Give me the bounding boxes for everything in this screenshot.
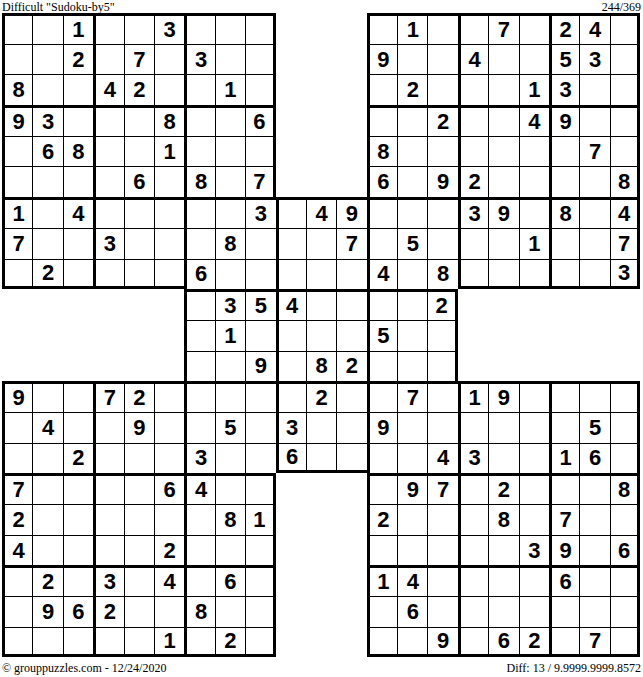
- cell-r15c19[interactable]: 1: [549, 443, 579, 474]
- cell-r13c21[interactable]: [610, 381, 640, 412]
- cell-r13c15[interactable]: [427, 381, 457, 412]
- cell-r14c12[interactable]: [336, 412, 366, 443]
- cell-r3c20[interactable]: [579, 74, 609, 105]
- cell-r14c10[interactable]: 3: [276, 412, 306, 443]
- cell-r2c5[interactable]: 7: [124, 44, 154, 75]
- cell-r16c7[interactable]: 4: [184, 473, 214, 504]
- cell-r21c16[interactable]: [458, 627, 488, 658]
- cell-r1c21[interactable]: [610, 13, 640, 44]
- cell-r6c20[interactable]: [579, 166, 609, 197]
- cell-r11c10[interactable]: [276, 320, 306, 351]
- cell-r18c15[interactable]: [427, 535, 457, 566]
- cell-r2c2[interactable]: [32, 44, 62, 75]
- cell-r13c12[interactable]: [336, 381, 366, 412]
- cell-r21c15[interactable]: 9: [427, 627, 457, 658]
- cell-r13c6[interactable]: [154, 381, 184, 412]
- cell-r18c4[interactable]: [93, 535, 123, 566]
- cell-r19c9[interactable]: [245, 565, 275, 596]
- cell-r4c21[interactable]: [610, 105, 640, 136]
- cell-r21c2[interactable]: [32, 627, 62, 658]
- cell-r19c6[interactable]: 4: [154, 565, 184, 596]
- cell-r12c12[interactable]: 2: [336, 351, 366, 382]
- cell-r20c9[interactable]: [245, 596, 275, 627]
- cell-r7c11[interactable]: 4: [306, 197, 336, 228]
- cell-r14c7[interactable]: [184, 412, 214, 443]
- cell-r3c4[interactable]: 4: [93, 74, 123, 105]
- cell-r21c19[interactable]: [549, 627, 579, 658]
- cell-r16c3[interactable]: [63, 473, 93, 504]
- cell-r17c4[interactable]: [93, 504, 123, 535]
- cell-r20c7[interactable]: 8: [184, 596, 214, 627]
- cell-r7c5[interactable]: [124, 197, 154, 228]
- cell-r15c1[interactable]: [2, 443, 32, 474]
- cell-r1c9[interactable]: [245, 13, 275, 44]
- cell-r14c9[interactable]: [245, 412, 275, 443]
- cell-r19c20[interactable]: [579, 565, 609, 596]
- cell-r3c3[interactable]: [63, 74, 93, 105]
- cell-r15c7[interactable]: 3: [184, 443, 214, 474]
- cell-r4c2[interactable]: 3: [32, 105, 62, 136]
- cell-r17c20[interactable]: [579, 504, 609, 535]
- cell-r15c12[interactable]: [336, 443, 366, 474]
- cell-r13c19[interactable]: [549, 381, 579, 412]
- cell-r17c19[interactable]: 7: [549, 504, 579, 535]
- cell-r18c14[interactable]: [397, 535, 427, 566]
- cell-r11c14[interactable]: [397, 320, 427, 351]
- cell-r8c16[interactable]: [458, 228, 488, 259]
- cell-r13c3[interactable]: [63, 381, 93, 412]
- cell-r4c16[interactable]: [458, 105, 488, 136]
- cell-r15c20[interactable]: 6: [579, 443, 609, 474]
- cell-r19c18[interactable]: [519, 565, 549, 596]
- cell-r8c9[interactable]: [245, 228, 275, 259]
- cell-r9c9[interactable]: [245, 259, 275, 290]
- cell-r14c6[interactable]: [154, 412, 184, 443]
- cell-r4c15[interactable]: 2: [427, 105, 457, 136]
- cell-r4c1[interactable]: 9: [2, 105, 32, 136]
- cell-r10c7[interactable]: [184, 289, 214, 320]
- cell-r15c8[interactable]: [215, 443, 245, 474]
- cell-r19c1[interactable]: [2, 565, 32, 596]
- cell-r9c13[interactable]: 4: [367, 259, 397, 290]
- cell-r9c1[interactable]: [2, 259, 32, 290]
- cell-r8c10[interactable]: [276, 228, 306, 259]
- cell-r7c20[interactable]: [579, 197, 609, 228]
- cell-r14c16[interactable]: [458, 412, 488, 443]
- cell-r8c6[interactable]: [154, 228, 184, 259]
- cell-r20c6[interactable]: [154, 596, 184, 627]
- cell-r17c13[interactable]: 2: [367, 504, 397, 535]
- cell-r16c15[interactable]: 7: [427, 473, 457, 504]
- cell-r5c21[interactable]: [610, 136, 640, 167]
- cell-r14c4[interactable]: [93, 412, 123, 443]
- cell-r4c14[interactable]: [397, 105, 427, 136]
- cell-r2c16[interactable]: 4: [458, 44, 488, 75]
- cell-r18c21[interactable]: 6: [610, 535, 640, 566]
- cell-r10c11[interactable]: [306, 289, 336, 320]
- cell-r14c19[interactable]: [549, 412, 579, 443]
- cell-r1c13[interactable]: [367, 13, 397, 44]
- cell-r13c8[interactable]: [215, 381, 245, 412]
- cell-r12c11[interactable]: 8: [306, 351, 336, 382]
- cell-r5c3[interactable]: 8: [63, 136, 93, 167]
- cell-r1c17[interactable]: 7: [488, 13, 518, 44]
- cell-r4c4[interactable]: [93, 105, 123, 136]
- cell-r5c4[interactable]: [93, 136, 123, 167]
- cell-r3c21[interactable]: [610, 74, 640, 105]
- cell-r14c8[interactable]: 5: [215, 412, 245, 443]
- cell-r5c16[interactable]: [458, 136, 488, 167]
- cell-r12c13[interactable]: [367, 351, 397, 382]
- cell-r15c14[interactable]: [397, 443, 427, 474]
- cell-r20c5[interactable]: [124, 596, 154, 627]
- cell-r13c7[interactable]: [184, 381, 214, 412]
- cell-r1c19[interactable]: 2: [549, 13, 579, 44]
- cell-r17c18[interactable]: [519, 504, 549, 535]
- cell-r19c16[interactable]: [458, 565, 488, 596]
- cell-r9c17[interactable]: [488, 259, 518, 290]
- cell-r21c20[interactable]: 7: [579, 627, 609, 658]
- cell-r4c7[interactable]: [184, 105, 214, 136]
- cell-r6c17[interactable]: [488, 166, 518, 197]
- cell-r19c17[interactable]: [488, 565, 518, 596]
- cell-r7c18[interactable]: [519, 197, 549, 228]
- cell-r5c5[interactable]: [124, 136, 154, 167]
- cell-r13c2[interactable]: [32, 381, 62, 412]
- cell-r17c17[interactable]: 8: [488, 504, 518, 535]
- cell-r15c16[interactable]: 3: [458, 443, 488, 474]
- cell-r9c10[interactable]: [276, 259, 306, 290]
- cell-r8c15[interactable]: [427, 228, 457, 259]
- cell-r5c2[interactable]: 6: [32, 136, 62, 167]
- cell-r18c18[interactable]: 3: [519, 535, 549, 566]
- cell-r20c16[interactable]: [458, 596, 488, 627]
- cell-r14c2[interactable]: 4: [32, 412, 62, 443]
- cell-r20c1[interactable]: [2, 596, 32, 627]
- cell-r16c1[interactable]: 7: [2, 473, 32, 504]
- cell-r8c19[interactable]: [549, 228, 579, 259]
- cell-r5c19[interactable]: [549, 136, 579, 167]
- cell-r21c4[interactable]: [93, 627, 123, 658]
- cell-r2c4[interactable]: [93, 44, 123, 75]
- cell-r5c15[interactable]: [427, 136, 457, 167]
- cell-r7c2[interactable]: [32, 197, 62, 228]
- cell-r1c7[interactable]: [184, 13, 214, 44]
- cell-r12c9[interactable]: 9: [245, 351, 275, 382]
- cell-r3c8[interactable]: 1: [215, 74, 245, 105]
- cell-r14c17[interactable]: [488, 412, 518, 443]
- cell-r10c14[interactable]: [397, 289, 427, 320]
- cell-r18c7[interactable]: [184, 535, 214, 566]
- cell-r17c14[interactable]: [397, 504, 427, 535]
- cell-r1c15[interactable]: [427, 13, 457, 44]
- cell-r20c13[interactable]: [367, 596, 397, 627]
- cell-r18c1[interactable]: 4: [2, 535, 32, 566]
- cell-r17c1[interactable]: 2: [2, 504, 32, 535]
- cell-r17c2[interactable]: [32, 504, 62, 535]
- cell-r19c19[interactable]: 6: [549, 565, 579, 596]
- cell-r4c20[interactable]: [579, 105, 609, 136]
- cell-r12c14[interactable]: [397, 351, 427, 382]
- cell-r21c5[interactable]: [124, 627, 154, 658]
- cell-r7c6[interactable]: [154, 197, 184, 228]
- cell-r6c3[interactable]: [63, 166, 93, 197]
- cell-r8c18[interactable]: 1: [519, 228, 549, 259]
- cell-r4c8[interactable]: [215, 105, 245, 136]
- cell-r13c18[interactable]: [519, 381, 549, 412]
- cell-r16c6[interactable]: 6: [154, 473, 184, 504]
- cell-r15c18[interactable]: [519, 443, 549, 474]
- cell-r17c16[interactable]: [458, 504, 488, 535]
- cell-r7c17[interactable]: 9: [488, 197, 518, 228]
- cell-r19c3[interactable]: [63, 565, 93, 596]
- cell-r7c8[interactable]: [215, 197, 245, 228]
- cell-r19c21[interactable]: [610, 565, 640, 596]
- cell-r1c18[interactable]: [519, 13, 549, 44]
- cell-r18c16[interactable]: [458, 535, 488, 566]
- cell-r11c15[interactable]: [427, 320, 457, 351]
- cell-r5c20[interactable]: 7: [579, 136, 609, 167]
- cell-r7c10[interactable]: [276, 197, 306, 228]
- cell-r13c20[interactable]: [579, 381, 609, 412]
- cell-r1c4[interactable]: [93, 13, 123, 44]
- cell-r3c5[interactable]: 2: [124, 74, 154, 105]
- cell-r3c2[interactable]: [32, 74, 62, 105]
- cell-r10c15[interactable]: 2: [427, 289, 457, 320]
- cell-r2c13[interactable]: 9: [367, 44, 397, 75]
- cell-r3c19[interactable]: 3: [549, 74, 579, 105]
- cell-r9c20[interactable]: [579, 259, 609, 290]
- cell-r16c19[interactable]: [549, 473, 579, 504]
- cell-r9c7[interactable]: 6: [184, 259, 214, 290]
- cell-r10c8[interactable]: 3: [215, 289, 245, 320]
- cell-r6c18[interactable]: [519, 166, 549, 197]
- cell-r9c15[interactable]: 8: [427, 259, 457, 290]
- cell-r20c19[interactable]: [549, 596, 579, 627]
- cell-r19c8[interactable]: 6: [215, 565, 245, 596]
- cell-r9c4[interactable]: [93, 259, 123, 290]
- cell-r14c13[interactable]: 9: [367, 412, 397, 443]
- cell-r11c13[interactable]: 5: [367, 320, 397, 351]
- cell-r5c14[interactable]: [397, 136, 427, 167]
- cell-r15c2[interactable]: [32, 443, 62, 474]
- cell-r15c13[interactable]: [367, 443, 397, 474]
- cell-r7c19[interactable]: 8: [549, 197, 579, 228]
- cell-r17c15[interactable]: [427, 504, 457, 535]
- cell-r13c4[interactable]: 7: [93, 381, 123, 412]
- cell-r8c20[interactable]: [579, 228, 609, 259]
- cell-r11c11[interactable]: [306, 320, 336, 351]
- cell-r1c16[interactable]: [458, 13, 488, 44]
- cell-r21c21[interactable]: [610, 627, 640, 658]
- cell-r16c2[interactable]: [32, 473, 62, 504]
- cell-r15c3[interactable]: 2: [63, 443, 93, 474]
- cell-r9c11[interactable]: [306, 259, 336, 290]
- cell-r20c8[interactable]: [215, 596, 245, 627]
- cell-r18c8[interactable]: [215, 535, 245, 566]
- cell-r6c1[interactable]: [2, 166, 32, 197]
- cell-r4c13[interactable]: [367, 105, 397, 136]
- cell-r1c6[interactable]: 3: [154, 13, 184, 44]
- cell-r7c13[interactable]: [367, 197, 397, 228]
- cell-r4c19[interactable]: 9: [549, 105, 579, 136]
- cell-r18c2[interactable]: [32, 535, 62, 566]
- cell-r7c14[interactable]: [397, 197, 427, 228]
- cell-r20c21[interactable]: [610, 596, 640, 627]
- cell-r1c3[interactable]: 1: [63, 13, 93, 44]
- cell-r11c9[interactable]: [245, 320, 275, 351]
- cell-r21c9[interactable]: [245, 627, 275, 658]
- cell-r6c21[interactable]: 8: [610, 166, 640, 197]
- cell-r9c19[interactable]: [549, 259, 579, 290]
- cell-r2c9[interactable]: [245, 44, 275, 75]
- cell-r3c13[interactable]: [367, 74, 397, 105]
- cell-r17c8[interactable]: 8: [215, 504, 245, 535]
- cell-r8c14[interactable]: 5: [397, 228, 427, 259]
- cell-r3c14[interactable]: 2: [397, 74, 427, 105]
- cell-r14c1[interactable]: [2, 412, 32, 443]
- cell-r19c13[interactable]: 1: [367, 565, 397, 596]
- cell-r13c17[interactable]: 9: [488, 381, 518, 412]
- cell-r14c15[interactable]: [427, 412, 457, 443]
- cell-r14c20[interactable]: 5: [579, 412, 609, 443]
- cell-r4c17[interactable]: [488, 105, 518, 136]
- cell-r13c11[interactable]: 2: [306, 381, 336, 412]
- cell-r17c6[interactable]: [154, 504, 184, 535]
- cell-r13c10[interactable]: [276, 381, 306, 412]
- cell-r5c18[interactable]: [519, 136, 549, 167]
- cell-r12c15[interactable]: [427, 351, 457, 382]
- cell-r7c3[interactable]: 4: [63, 197, 93, 228]
- cell-r8c7[interactable]: [184, 228, 214, 259]
- cell-r6c19[interactable]: [549, 166, 579, 197]
- cell-r21c14[interactable]: [397, 627, 427, 658]
- cell-r6c16[interactable]: 2: [458, 166, 488, 197]
- cell-r17c7[interactable]: [184, 504, 214, 535]
- cell-r3c17[interactable]: [488, 74, 518, 105]
- cell-r14c5[interactable]: 9: [124, 412, 154, 443]
- cell-r8c11[interactable]: [306, 228, 336, 259]
- cell-r7c7[interactable]: [184, 197, 214, 228]
- cell-r21c8[interactable]: 2: [215, 627, 245, 658]
- cell-r2c19[interactable]: 5: [549, 44, 579, 75]
- cell-r19c5[interactable]: [124, 565, 154, 596]
- cell-r13c14[interactable]: 7: [397, 381, 427, 412]
- cell-r14c11[interactable]: [306, 412, 336, 443]
- cell-r4c18[interactable]: 4: [519, 105, 549, 136]
- cell-r5c8[interactable]: [215, 136, 245, 167]
- cell-r17c5[interactable]: [124, 504, 154, 535]
- cell-r20c20[interactable]: [579, 596, 609, 627]
- cell-r10c9[interactable]: 5: [245, 289, 275, 320]
- cell-r1c8[interactable]: [215, 13, 245, 44]
- cell-r5c9[interactable]: [245, 136, 275, 167]
- cell-r9c21[interactable]: 3: [610, 259, 640, 290]
- cell-r13c5[interactable]: 2: [124, 381, 154, 412]
- cell-r7c15[interactable]: [427, 197, 457, 228]
- cell-r19c14[interactable]: 4: [397, 565, 427, 596]
- cell-r16c9[interactable]: [245, 473, 275, 504]
- cell-r21c3[interactable]: [63, 627, 93, 658]
- cell-r18c17[interactable]: [488, 535, 518, 566]
- cell-r20c17[interactable]: [488, 596, 518, 627]
- cell-r2c20[interactable]: 3: [579, 44, 609, 75]
- cell-r21c17[interactable]: 6: [488, 627, 518, 658]
- cell-r18c6[interactable]: 2: [154, 535, 184, 566]
- cell-r20c14[interactable]: 6: [397, 596, 427, 627]
- cell-r6c6[interactable]: [154, 166, 184, 197]
- cell-r11c8[interactable]: 1: [215, 320, 245, 351]
- cell-r16c18[interactable]: [519, 473, 549, 504]
- cell-r8c1[interactable]: 7: [2, 228, 32, 259]
- cell-r3c18[interactable]: 1: [519, 74, 549, 105]
- cell-r8c17[interactable]: [488, 228, 518, 259]
- cell-r2c14[interactable]: [397, 44, 427, 75]
- cell-r16c8[interactable]: [215, 473, 245, 504]
- cell-r4c5[interactable]: [124, 105, 154, 136]
- cell-r7c9[interactable]: 3: [245, 197, 275, 228]
- cell-r3c16[interactable]: [458, 74, 488, 105]
- cell-r8c3[interactable]: [63, 228, 93, 259]
- cell-r6c8[interactable]: [215, 166, 245, 197]
- cell-r14c21[interactable]: [610, 412, 640, 443]
- cell-r7c12[interactable]: 9: [336, 197, 366, 228]
- cell-r1c1[interactable]: [2, 13, 32, 44]
- cell-r20c4[interactable]: 2: [93, 596, 123, 627]
- cell-r15c15[interactable]: 4: [427, 443, 457, 474]
- cell-r18c5[interactable]: [124, 535, 154, 566]
- cell-r2c17[interactable]: [488, 44, 518, 75]
- cell-r5c17[interactable]: [488, 136, 518, 167]
- cell-r15c17[interactable]: [488, 443, 518, 474]
- cell-r1c5[interactable]: [124, 13, 154, 44]
- cell-r7c4[interactable]: [93, 197, 123, 228]
- cell-r16c13[interactable]: [367, 473, 397, 504]
- cell-r8c8[interactable]: 8: [215, 228, 245, 259]
- cell-r18c19[interactable]: 9: [549, 535, 579, 566]
- cell-r15c10[interactable]: 6: [276, 443, 306, 474]
- cell-r9c2[interactable]: 2: [32, 259, 62, 290]
- cell-r18c9[interactable]: [245, 535, 275, 566]
- cell-r5c6[interactable]: 1: [154, 136, 184, 167]
- cell-r19c4[interactable]: 3: [93, 565, 123, 596]
- cell-r8c13[interactable]: [367, 228, 397, 259]
- cell-r20c3[interactable]: 6: [63, 596, 93, 627]
- cell-r6c7[interactable]: 8: [184, 166, 214, 197]
- cell-r21c1[interactable]: [2, 627, 32, 658]
- cell-r3c6[interactable]: [154, 74, 184, 105]
- cell-r16c17[interactable]: 2: [488, 473, 518, 504]
- cell-r16c20[interactable]: [579, 473, 609, 504]
- cell-r6c15[interactable]: 9: [427, 166, 457, 197]
- cell-r20c2[interactable]: 9: [32, 596, 62, 627]
- cell-r3c15[interactable]: [427, 74, 457, 105]
- cell-r8c5[interactable]: [124, 228, 154, 259]
- cell-r1c20[interactable]: 4: [579, 13, 609, 44]
- cell-r5c1[interactable]: [2, 136, 32, 167]
- cell-r14c18[interactable]: [519, 412, 549, 443]
- cell-r8c4[interactable]: 3: [93, 228, 123, 259]
- cell-r7c1[interactable]: 1: [2, 197, 32, 228]
- cell-r13c13[interactable]: [367, 381, 397, 412]
- cell-r18c20[interactable]: [579, 535, 609, 566]
- cell-r9c8[interactable]: [215, 259, 245, 290]
- cell-r7c16[interactable]: 3: [458, 197, 488, 228]
- cell-r15c5[interactable]: [124, 443, 154, 474]
- cell-r9c14[interactable]: [397, 259, 427, 290]
- cell-r4c6[interactable]: 8: [154, 105, 184, 136]
- cell-r19c2[interactable]: 2: [32, 565, 62, 596]
